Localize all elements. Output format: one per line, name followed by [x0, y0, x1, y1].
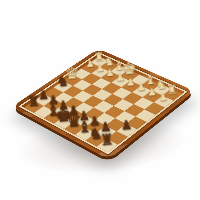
piece-white-pawn: ♟	[96, 63, 105, 73]
piece-white-pawn: ♟	[126, 77, 136, 88]
piece-white-pawn: ♟	[116, 73, 126, 83]
piece-white-pawn: ♟	[147, 87, 157, 98]
piece-black-pawn: ♟	[120, 118, 132, 132]
piece-white-pawn: ♟	[86, 59, 95, 69]
piece-white-pawn: ♟	[137, 82, 147, 93]
product-photo-chess-set[interactable]: ♜♞♝♛♚♝♜♟♟♟♟♟♟♟♟♞♛♟♟♟♟♟♟♟♟♜♞♝♚♝♞♜	[0, 0, 200, 200]
piece-white-knight: ♞	[155, 79, 167, 92]
piece-black-rook: ♜	[99, 131, 114, 147]
piece-black-knight: ♞	[56, 74, 69, 89]
piece-white-pawn: ♟	[105, 68, 114, 78]
piece-white-rook: ♜	[166, 83, 178, 96]
piece-black-rook: ♜	[27, 94, 41, 109]
piece-white-pawn: ♟	[158, 92, 168, 103]
